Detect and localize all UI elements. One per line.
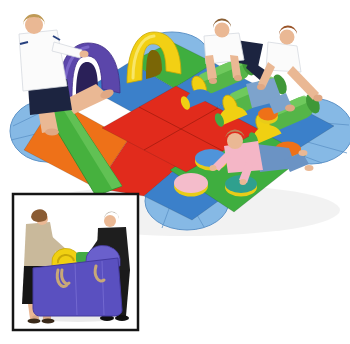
boy3-foot: [285, 105, 295, 112]
bag-body: [33, 258, 122, 316]
inset-photo: [13, 194, 138, 330]
toddler-foot-1: [299, 150, 308, 156]
boy1-face: [25, 16, 43, 34]
stepping-stone-pink: [174, 173, 208, 197]
boy3-face: [280, 30, 295, 45]
boy3-right-hand: [314, 95, 323, 102]
boy2-left-hand: [209, 78, 217, 84]
boy1-front-foot: [45, 129, 59, 136]
boy2-face: [215, 23, 230, 38]
man-face: [104, 215, 116, 227]
toddler-left-hand: [210, 165, 217, 171]
soft-play-scene: [0, 0, 350, 344]
toddler-right-hand: [240, 179, 247, 185]
boy2-right-hand: [234, 75, 242, 81]
toddler-face: [227, 133, 243, 149]
boy-crawling-on-rollers: [204, 18, 268, 84]
boy3-left-hand: [257, 84, 265, 90]
boy3-right-arm: [287, 66, 319, 100]
toddler-foot-2: [305, 165, 314, 171]
boy1-hand: [80, 51, 89, 58]
disc-top: [174, 173, 208, 193]
product-photo-canvas: [0, 0, 350, 344]
